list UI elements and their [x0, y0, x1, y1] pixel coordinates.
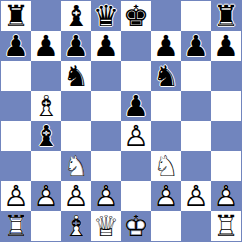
square-d2[interactable]: ♟♙	[91, 181, 121, 211]
square-a4[interactable]	[1, 121, 31, 151]
square-f6[interactable]: ♞	[151, 61, 181, 91]
piece-glyph: ♝	[61, 1, 91, 31]
square-g1[interactable]	[181, 211, 211, 241]
square-f4[interactable]	[151, 121, 181, 151]
square-a3[interactable]	[1, 151, 31, 181]
piece-white-king[interactable]: ♚♔	[121, 211, 151, 241]
piece-black-pawn[interactable]: ♟	[61, 31, 91, 61]
square-b6[interactable]	[31, 61, 61, 91]
square-c4[interactable]	[61, 121, 91, 151]
square-b1[interactable]	[31, 211, 61, 241]
square-e2[interactable]	[121, 181, 151, 211]
square-g7[interactable]: ♟	[181, 31, 211, 61]
square-h5[interactable]	[211, 91, 241, 121]
square-f8[interactable]	[151, 1, 181, 31]
square-c1[interactable]: ♝♗	[61, 211, 91, 241]
square-d3[interactable]	[91, 151, 121, 181]
piece-glyph: ♟	[121, 91, 151, 121]
piece-black-rook[interactable]: ♜	[1, 1, 31, 31]
square-a2[interactable]: ♟♙	[1, 181, 31, 211]
square-b5[interactable]: ♝♗	[31, 91, 61, 121]
piece-white-pawn[interactable]: ♟♙	[121, 121, 151, 151]
piece-outline-layer: ♔	[121, 211, 151, 241]
piece-white-bishop[interactable]: ♝♗	[31, 91, 61, 121]
piece-white-pawn[interactable]: ♟♙	[91, 181, 121, 211]
piece-glyph: ♛	[91, 1, 121, 31]
square-a6[interactable]	[1, 61, 31, 91]
piece-black-pawn[interactable]: ♟	[151, 31, 181, 61]
square-c2[interactable]: ♟♙	[61, 181, 91, 211]
piece-black-bishop[interactable]: ♝	[31, 121, 61, 151]
square-d1[interactable]: ♛♕	[91, 211, 121, 241]
square-a5[interactable]	[1, 91, 31, 121]
square-a8[interactable]: ♜	[1, 1, 31, 31]
piece-outline-layer: ♙	[211, 181, 241, 211]
piece-black-king[interactable]: ♚	[121, 1, 151, 31]
piece-outline-layer: ♖	[1, 211, 31, 241]
square-g3[interactable]	[181, 151, 211, 181]
piece-glyph: ♜	[1, 1, 31, 31]
piece-outline-layer: ♗	[61, 211, 91, 241]
chess-board-frame: ♜♝♛♚♜♟♟♟♟♟♟♟♞♞♝♗♟♝♟♙♞♘♞♘♟♙♟♙♟♙♟♙♟♙♟♙♟♙♜♖…	[0, 0, 242, 242]
square-e4[interactable]: ♟♙	[121, 121, 151, 151]
piece-black-pawn[interactable]: ♟	[1, 31, 31, 61]
square-b8[interactable]	[31, 1, 61, 31]
piece-white-pawn[interactable]: ♟♙	[211, 181, 241, 211]
piece-black-pawn[interactable]: ♟	[181, 31, 211, 61]
piece-white-pawn[interactable]: ♟♙	[31, 181, 61, 211]
square-h2[interactable]: ♟♙	[211, 181, 241, 211]
piece-outline-layer: ♘	[61, 151, 91, 181]
square-d4[interactable]	[91, 121, 121, 151]
square-g5[interactable]	[181, 91, 211, 121]
piece-black-pawn[interactable]: ♟	[31, 31, 61, 61]
piece-glyph: ♞	[61, 61, 91, 91]
piece-black-knight[interactable]: ♞	[151, 61, 181, 91]
piece-black-bishop[interactable]: ♝	[61, 1, 91, 31]
square-g8[interactable]	[181, 1, 211, 31]
piece-black-pawn[interactable]: ♟	[121, 91, 151, 121]
square-e5[interactable]: ♟	[121, 91, 151, 121]
piece-glyph: ♚	[121, 1, 151, 31]
square-e6[interactable]	[121, 61, 151, 91]
piece-black-knight[interactable]: ♞	[61, 61, 91, 91]
piece-outline-layer: ♙	[61, 181, 91, 211]
piece-glyph: ♟	[1, 31, 31, 61]
piece-white-queen[interactable]: ♛♕	[91, 211, 121, 241]
square-e8[interactable]: ♚	[121, 1, 151, 31]
square-c7[interactable]: ♟	[61, 31, 91, 61]
chess-board: ♜♝♛♚♜♟♟♟♟♟♟♟♞♞♝♗♟♝♟♙♞♘♞♘♟♙♟♙♟♙♟♙♟♙♟♙♟♙♜♖…	[1, 1, 241, 241]
square-h6[interactable]	[211, 61, 241, 91]
square-g4[interactable]	[181, 121, 211, 151]
piece-white-knight[interactable]: ♞♘	[61, 151, 91, 181]
piece-white-bishop[interactable]: ♝♗	[61, 211, 91, 241]
piece-black-pawn[interactable]: ♟	[211, 31, 241, 61]
piece-white-pawn[interactable]: ♟♙	[61, 181, 91, 211]
square-e1[interactable]: ♚♔	[121, 211, 151, 241]
piece-white-pawn[interactable]: ♟♙	[151, 181, 181, 211]
piece-outline-layer: ♙	[91, 181, 121, 211]
square-h8[interactable]: ♜	[211, 1, 241, 31]
square-c5[interactable]	[61, 91, 91, 121]
square-d5[interactable]	[91, 91, 121, 121]
piece-outline-layer: ♙	[121, 121, 151, 151]
square-h3[interactable]	[211, 151, 241, 181]
square-d8[interactable]: ♛	[91, 1, 121, 31]
piece-black-pawn[interactable]: ♟	[91, 31, 121, 61]
square-f1[interactable]	[151, 211, 181, 241]
piece-outline-layer: ♘	[151, 151, 181, 181]
piece-glyph: ♟	[91, 31, 121, 61]
piece-outline-layer: ♙	[31, 181, 61, 211]
square-e3[interactable]	[121, 151, 151, 181]
piece-glyph: ♟	[151, 31, 181, 61]
piece-white-pawn[interactable]: ♟♙	[1, 181, 31, 211]
square-d6[interactable]	[91, 61, 121, 91]
piece-glyph: ♜	[211, 1, 241, 31]
piece-glyph: ♟	[211, 31, 241, 61]
piece-glyph: ♟	[31, 31, 61, 61]
square-c3[interactable]: ♞♘	[61, 151, 91, 181]
square-g2[interactable]: ♟♙	[181, 181, 211, 211]
piece-white-pawn[interactable]: ♟♙	[181, 181, 211, 211]
square-h1[interactable]: ♜♖	[211, 211, 241, 241]
square-b4[interactable]: ♝	[31, 121, 61, 151]
piece-white-knight[interactable]: ♞♘	[151, 151, 181, 181]
piece-outline-layer: ♙	[1, 181, 31, 211]
square-f5[interactable]	[151, 91, 181, 121]
square-h7[interactable]: ♟	[211, 31, 241, 61]
piece-black-rook[interactable]: ♜	[211, 1, 241, 31]
piece-glyph: ♟	[181, 31, 211, 61]
piece-glyph: ♟	[61, 31, 91, 61]
square-a7[interactable]: ♟	[1, 31, 31, 61]
square-c8[interactable]: ♝	[61, 1, 91, 31]
square-b3[interactable]	[31, 151, 61, 181]
piece-outline-layer: ♕	[91, 211, 121, 241]
piece-white-rook[interactable]: ♜♖	[211, 211, 241, 241]
piece-outline-layer: ♖	[211, 211, 241, 241]
square-f3[interactable]: ♞♘	[151, 151, 181, 181]
square-b7[interactable]: ♟	[31, 31, 61, 61]
square-g6[interactable]	[181, 61, 211, 91]
piece-outline-layer: ♙	[151, 181, 181, 211]
square-b2[interactable]: ♟♙	[31, 181, 61, 211]
square-e7[interactable]	[121, 31, 151, 61]
piece-white-rook[interactable]: ♜♖	[1, 211, 31, 241]
piece-glyph: ♝	[31, 121, 61, 151]
square-a1[interactable]: ♜♖	[1, 211, 31, 241]
square-d7[interactable]: ♟	[91, 31, 121, 61]
piece-black-queen[interactable]: ♛	[91, 1, 121, 31]
square-c6[interactable]: ♞	[61, 61, 91, 91]
piece-outline-layer: ♙	[181, 181, 211, 211]
piece-glyph: ♞	[151, 61, 181, 91]
square-f7[interactable]: ♟	[151, 31, 181, 61]
square-h4[interactable]	[211, 121, 241, 151]
square-f2[interactable]: ♟♙	[151, 181, 181, 211]
piece-outline-layer: ♗	[31, 91, 61, 121]
